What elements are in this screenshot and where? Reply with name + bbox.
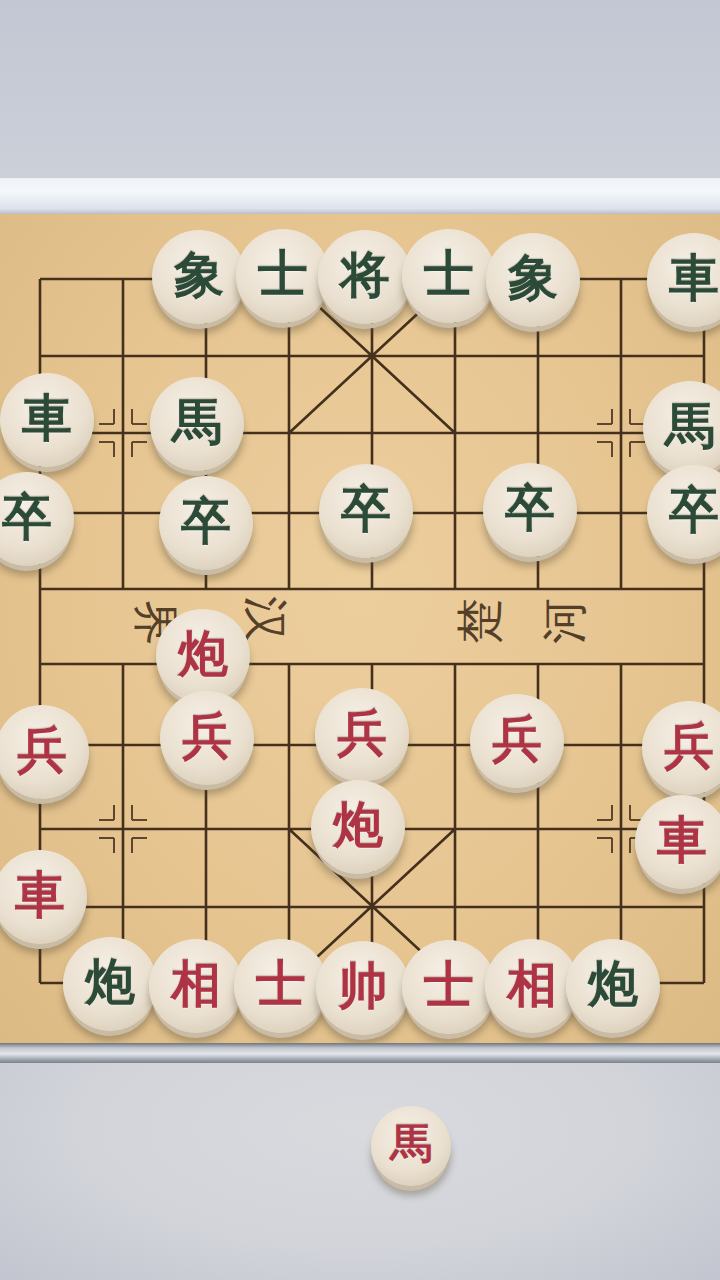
piece-black-cannon[interactable]: 炮 [566,939,660,1033]
piece-red-soldier[interactable]: 兵 [160,691,254,785]
piece-character: 士 [258,249,308,299]
piece-character: 兵 [337,708,387,758]
piece-character: 兵 [664,721,714,771]
piece-character: 炮 [333,800,383,850]
whiteboard-frame-top [0,178,720,216]
xiangqi-board: 界 汉 楚 河 象士将士象車車馬馬卒卒卒卒卒炮兵兵兵兵兵炮車車炮相士帅士相炮 [0,214,720,1043]
piece-character: 炮 [85,957,135,1007]
piece-character: 相 [171,959,221,1009]
piece-character: 車 [22,393,72,443]
piece-red-cannon[interactable]: 炮 [156,609,250,703]
piece-red-advisor[interactable]: 士 [234,939,328,1033]
piece-character: 卒 [669,485,719,535]
piece-red-elephant[interactable]: 相 [485,939,579,1033]
piece-character: 兵 [17,725,67,775]
piece-black-soldier[interactable]: 卒 [319,464,413,558]
piece-character: 兵 [182,711,232,761]
piece-character: 馬 [390,1123,432,1165]
piece-character: 将 [340,250,390,300]
piece-black-advisor[interactable]: 士 [402,229,496,323]
piece-red-soldier[interactable]: 兵 [470,694,564,788]
piece-black-elephant[interactable]: 象 [152,230,246,324]
piece-red-elephant[interactable]: 相 [149,939,243,1033]
piece-red-cannon[interactable]: 炮 [311,780,405,874]
piece-character: 相 [507,959,557,1009]
piece-character: 象 [508,253,558,303]
piece-character: 卒 [181,496,231,546]
piece-red-soldier[interactable]: 兵 [315,688,409,782]
piece-character: 炮 [178,629,228,679]
piece-black-cannon[interactable]: 炮 [63,937,157,1031]
piece-character: 炮 [588,959,638,1009]
piece-character: 車 [657,815,707,865]
piece-red-chariot[interactable]: 車 [635,795,720,889]
piece-character: 兵 [492,714,542,764]
piece-character: 車 [669,253,719,303]
piece-red-general[interactable]: 帅 [316,941,410,1035]
piece-character: 士 [256,959,306,1009]
whiteboard-frame-bottom [0,1043,720,1063]
piece-character: 卒 [505,483,555,533]
piece-black-general[interactable]: 将 [318,230,412,324]
board-grid [0,214,720,1043]
piece-character: 車 [15,870,65,920]
piece-character: 馬 [172,397,222,447]
piece-red-advisor[interactable]: 士 [402,940,496,1034]
piece-black-chariot[interactable]: 車 [0,373,94,467]
piece-black-horse[interactable]: 馬 [150,377,244,471]
piece-red-horse[interactable]: 馬 [371,1106,451,1186]
piece-black-soldier[interactable]: 卒 [483,463,577,557]
piece-black-elephant[interactable]: 象 [486,233,580,327]
piece-character: 卒 [341,484,391,534]
piece-character: 帅 [338,961,388,1011]
river-label: 汉 [242,596,288,642]
wall-background [0,0,720,178]
river-label: 楚 [457,598,503,644]
river-label: 河 [542,598,588,644]
surface-below-board: 馬 [0,1063,720,1280]
piece-character: 馬 [665,401,715,451]
piece-character: 卒 [2,492,52,542]
photo-scene: 界 汉 楚 河 象士将士象車車馬馬卒卒卒卒卒炮兵兵兵兵兵炮車車炮相士帅士相炮 馬 [0,0,720,1280]
piece-black-soldier[interactable]: 卒 [159,476,253,570]
piece-black-advisor[interactable]: 士 [236,229,330,323]
piece-character: 士 [424,249,474,299]
piece-character: 士 [424,960,474,1010]
piece-character: 象 [174,250,224,300]
